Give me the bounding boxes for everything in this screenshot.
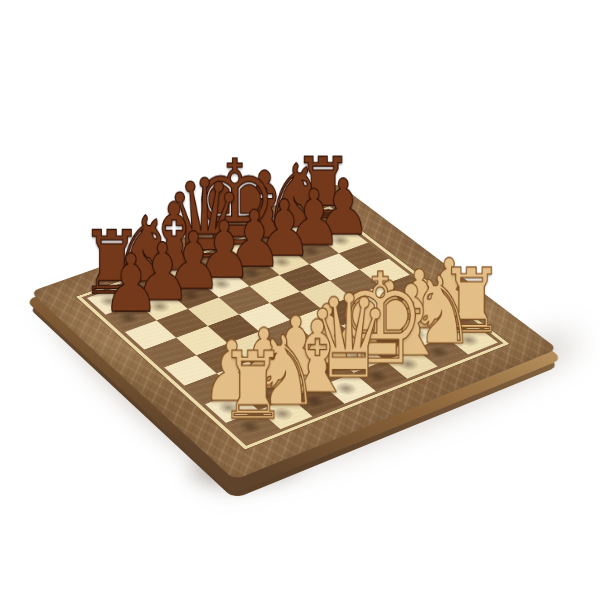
- chessboard: ♜♟♟♜♞♟♟♞♝♟♟♝♚♟♟♚♛♟♟♛♝♟♟♝♞♟♟♞♜♟♟♜: [30, 183, 558, 480]
- square-a7[interactable]: ♟: [106, 303, 157, 332]
- pawn-glyph: ♟: [102, 244, 159, 324]
- rook-glyph: ♜: [220, 340, 287, 433]
- square-a1[interactable]: ♜: [226, 410, 280, 442]
- chess-set-photo: ♜♟♟♜♞♟♟♞♝♟♟♝♚♟♟♚♛♟♟♛♝♟♟♝♞♟♟♞♜♟♟♜: [0, 0, 600, 600]
